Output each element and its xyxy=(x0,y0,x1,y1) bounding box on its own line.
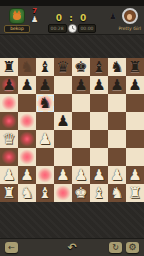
square-a3[interactable] xyxy=(0,148,18,166)
move-hint-dot xyxy=(0,148,18,166)
white-rook[interactable]: ♜ xyxy=(126,184,144,202)
square-a7[interactable]: ♟ xyxy=(0,76,18,94)
player-black: ♟ Pretty Girl xyxy=(109,8,141,31)
square-b2[interactable]: ♟ xyxy=(18,166,36,184)
square-b5[interactable] xyxy=(18,112,36,130)
square-e4[interactable] xyxy=(72,130,90,148)
square-h3[interactable] xyxy=(126,148,144,166)
move-hint-dot xyxy=(18,112,36,130)
white-pawn[interactable]: ♟ xyxy=(90,166,108,184)
white-knight[interactable]: ♞ xyxy=(108,184,126,202)
move-hint-dot xyxy=(36,166,54,184)
square-f4[interactable] xyxy=(90,130,108,148)
black-bishop[interactable]: ♝ xyxy=(36,58,54,76)
black-pawn-icon: ♟ xyxy=(109,12,116,21)
square-c6[interactable]: ♞ xyxy=(36,94,54,112)
white-bishop[interactable]: ♝ xyxy=(90,184,108,202)
square-a6[interactable] xyxy=(0,94,18,112)
square-c1[interactable]: ♝ xyxy=(36,184,54,202)
square-e2[interactable]: ♟ xyxy=(72,166,90,184)
square-h8[interactable]: ♜ xyxy=(126,58,144,76)
square-d7[interactable] xyxy=(54,76,72,94)
white-player-name: bekop xyxy=(4,25,30,33)
white-pawn[interactable]: ♟ xyxy=(126,166,144,184)
move-hint-dot xyxy=(0,112,18,130)
square-d1[interactable] xyxy=(54,184,72,202)
square-g2[interactable]: ♟ xyxy=(108,166,126,184)
square-b8[interactable]: ♞ xyxy=(18,58,36,76)
black-pawn[interactable]: ♟ xyxy=(54,112,72,130)
black-timer: 00:00 xyxy=(78,24,97,33)
square-d5[interactable]: ♟ xyxy=(54,112,72,130)
black-pawn[interactable]: ♟ xyxy=(108,76,126,94)
square-h4[interactable] xyxy=(126,130,144,148)
square-e3[interactable] xyxy=(72,148,90,166)
square-a4[interactable]: ♛ xyxy=(0,130,18,148)
square-h6[interactable] xyxy=(126,94,144,112)
square-h5[interactable] xyxy=(126,112,144,130)
square-f1[interactable]: ♝ xyxy=(90,184,108,202)
black-rook[interactable]: ♜ xyxy=(126,58,144,76)
move-hint-dot xyxy=(18,148,36,166)
black-king[interactable]: ♚ xyxy=(72,58,90,76)
black-bishop[interactable]: ♝ xyxy=(90,58,108,76)
black-pawn[interactable]: ♟ xyxy=(90,76,108,94)
square-d2[interactable]: ♟ xyxy=(54,166,72,184)
score: 0 : 0 xyxy=(56,14,88,23)
square-g5[interactable] xyxy=(108,112,126,130)
move-hint-dot xyxy=(0,94,18,112)
white-king[interactable]: ♚ xyxy=(72,184,90,202)
square-d6[interactable] xyxy=(54,94,72,112)
white-queen[interactable]: ♛ xyxy=(0,130,18,148)
square-e5[interactable] xyxy=(72,112,90,130)
square-d4[interactable] xyxy=(54,130,72,148)
black-pawn[interactable]: ♟ xyxy=(36,76,54,94)
settings-button[interactable]: ⚙ xyxy=(126,242,139,253)
square-f3[interactable] xyxy=(90,148,108,166)
chess-board: ♜♞♝♛♚♝♞♜♟♟♟♟♟♟♟♞♟♛♟♟♟♟♟♟♟♟♜♞♝♚♝♞♜ xyxy=(0,58,144,202)
square-g4[interactable] xyxy=(108,130,126,148)
black-queen[interactable]: ♛ xyxy=(54,58,72,76)
square-g6[interactable] xyxy=(108,94,126,112)
ghost-black-knight: ♞ xyxy=(18,58,36,76)
undo-button[interactable]: ↶ xyxy=(65,240,79,254)
square-c4[interactable]: ♟ xyxy=(36,130,54,148)
square-e7[interactable]: ♟ xyxy=(72,76,90,94)
square-d8[interactable]: ♛ xyxy=(54,58,72,76)
square-b4[interactable] xyxy=(18,130,36,148)
white-knight[interactable]: ♞ xyxy=(18,184,36,202)
square-f6[interactable] xyxy=(90,94,108,112)
black-pawn[interactable]: ♟ xyxy=(126,76,144,94)
white-player-avatar[interactable] xyxy=(9,8,25,24)
rotate-board-button[interactable]: ↻ xyxy=(109,242,122,253)
square-f2[interactable]: ♟ xyxy=(90,166,108,184)
black-pawn[interactable]: ♟ xyxy=(0,76,18,94)
square-f7[interactable]: ♟ xyxy=(90,76,108,94)
square-g3[interactable] xyxy=(108,148,126,166)
square-c8[interactable]: ♝ xyxy=(36,58,54,76)
selection-corner xyxy=(37,95,43,101)
square-a2[interactable]: ♟ xyxy=(0,166,18,184)
square-c7[interactable]: ♟ xyxy=(36,76,54,94)
square-e8[interactable]: ♚ xyxy=(72,58,90,76)
white-bishop[interactable]: ♝ xyxy=(36,184,54,202)
white-timer: 00:28 xyxy=(48,24,67,33)
back-button[interactable]: ← xyxy=(5,242,18,253)
square-b7[interactable]: ♟ xyxy=(18,76,36,94)
square-e1[interactable]: ♚ xyxy=(72,184,90,202)
white-rook[interactable]: ♜ xyxy=(0,184,18,202)
white-pawn[interactable]: ♟ xyxy=(108,166,126,184)
square-h1[interactable]: ♜ xyxy=(126,184,144,202)
square-b6[interactable] xyxy=(18,94,36,112)
square-c3[interactable] xyxy=(36,148,54,166)
move-hint-dot xyxy=(54,184,72,202)
girl-avatar-image xyxy=(125,11,135,21)
square-g1[interactable]: ♞ xyxy=(108,184,126,202)
square-a1[interactable]: ♜ xyxy=(0,184,18,202)
white-pawn[interactable]: ♟ xyxy=(0,166,18,184)
square-g7[interactable]: ♟ xyxy=(108,76,126,94)
player-white: bekop 7 ♟ xyxy=(4,8,38,33)
square-d3[interactable] xyxy=(54,148,72,166)
black-rook[interactable]: ♜ xyxy=(0,58,18,76)
white-pawn[interactable]: ♟ xyxy=(72,166,90,184)
black-pawn[interactable]: ♟ xyxy=(72,76,90,94)
black-pawn[interactable]: ♟ xyxy=(18,76,36,94)
black-knight[interactable]: ♞ xyxy=(108,58,126,76)
square-f8[interactable]: ♝ xyxy=(90,58,108,76)
selection-corner xyxy=(48,106,54,112)
white-pawn[interactable]: ♟ xyxy=(18,166,36,184)
players-bar: bekop 7 ♟ 0 : 0 00:28 00:00 xyxy=(0,6,144,35)
square-g8[interactable]: ♞ xyxy=(108,58,126,76)
cat-avatar-image xyxy=(13,13,21,20)
white-pawn[interactable]: ♟ xyxy=(54,166,72,184)
square-f5[interactable] xyxy=(90,112,108,130)
square-h7[interactable]: ♟ xyxy=(126,76,144,94)
toolbar: ← ↶ ↻ ⚙ xyxy=(0,238,144,256)
white-pawn[interactable]: ♟ xyxy=(36,130,54,148)
rank-badge: 7 xyxy=(32,8,37,15)
square-e6[interactable] xyxy=(72,94,90,112)
square-c5[interactable] xyxy=(36,112,54,130)
square-b1[interactable]: ♞ xyxy=(18,184,36,202)
selection-corner xyxy=(48,95,54,101)
chess-app-screen: bekop 7 ♟ 0 : 0 00:28 00:00 xyxy=(0,0,144,256)
square-b3[interactable] xyxy=(18,148,36,166)
square-c2[interactable] xyxy=(36,166,54,184)
square-h2[interactable]: ♟ xyxy=(126,166,144,184)
square-a5[interactable] xyxy=(0,112,18,130)
white-pawn-icon: ♟ xyxy=(31,15,38,24)
move-hint-dot xyxy=(18,130,36,148)
clock-icon xyxy=(68,24,77,33)
selection-corner xyxy=(37,106,43,112)
black-player-name: Pretty Girl xyxy=(118,26,141,31)
square-a8[interactable]: ♜ xyxy=(0,58,18,76)
black-player-avatar[interactable] xyxy=(122,8,138,24)
